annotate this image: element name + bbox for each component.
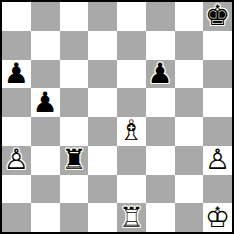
white-rook-icon: ♜ [117, 203, 146, 232]
square-c5[interactable] [60, 88, 89, 117]
square-c3[interactable]: ♜ [60, 146, 89, 175]
square-h1[interactable]: ♚♔ [203, 203, 232, 232]
square-h8[interactable]: ♚ [203, 2, 232, 31]
square-b4[interactable] [31, 117, 60, 146]
square-c6[interactable] [60, 60, 89, 89]
square-g8[interactable] [175, 2, 204, 31]
square-e8[interactable] [117, 2, 146, 31]
white-pawn-outline-icon: ♙ [203, 146, 232, 175]
square-e3[interactable] [117, 146, 146, 175]
square-g6[interactable] [175, 60, 204, 89]
square-e2[interactable] [117, 175, 146, 204]
white-bishop-outline-icon: ♗ [117, 117, 146, 146]
square-h3[interactable]: ♟♙ [203, 146, 232, 175]
square-f2[interactable] [146, 175, 175, 204]
white-bishop-icon: ♝ [117, 117, 146, 146]
black-pawn-icon: ♟ [2, 60, 31, 89]
square-e7[interactable] [117, 31, 146, 60]
piece-white-bishop[interactable]: ♝♗ [117, 117, 146, 146]
square-a5[interactable] [2, 88, 31, 117]
square-g5[interactable] [175, 88, 204, 117]
white-pawn-icon: ♟ [203, 146, 232, 175]
square-f4[interactable] [146, 117, 175, 146]
square-f1[interactable] [146, 203, 175, 232]
white-king-icon: ♚ [203, 203, 232, 232]
square-a1[interactable] [2, 203, 31, 232]
white-pawn-icon: ♟ [2, 146, 31, 175]
square-d4[interactable] [88, 117, 117, 146]
square-g2[interactable] [175, 175, 204, 204]
black-pawn-icon: ♟ [31, 88, 60, 117]
square-f7[interactable] [146, 31, 175, 60]
square-b2[interactable] [31, 175, 60, 204]
square-a6[interactable]: ♟ [2, 60, 31, 89]
square-b5[interactable]: ♟ [31, 88, 60, 117]
black-pawn-icon: ♟ [146, 60, 175, 89]
piece-black-pawn[interactable]: ♟ [146, 60, 175, 89]
square-g7[interactable] [175, 31, 204, 60]
square-a3[interactable]: ♟♙ [2, 146, 31, 175]
square-h6[interactable] [203, 60, 232, 89]
black-rook-icon: ♜ [60, 146, 89, 175]
square-e1[interactable]: ♜♖ [117, 203, 146, 232]
square-c8[interactable] [60, 2, 89, 31]
square-c1[interactable] [60, 203, 89, 232]
square-d8[interactable] [88, 2, 117, 31]
square-f5[interactable] [146, 88, 175, 117]
square-a2[interactable] [2, 175, 31, 204]
square-g1[interactable] [175, 203, 204, 232]
square-g4[interactable] [175, 117, 204, 146]
piece-black-rook[interactable]: ♜ [60, 146, 89, 175]
piece-black-king[interactable]: ♚ [203, 2, 232, 31]
square-e5[interactable] [117, 88, 146, 117]
white-pawn-outline-icon: ♙ [2, 146, 31, 175]
square-a8[interactable] [2, 2, 31, 31]
square-b7[interactable] [31, 31, 60, 60]
square-d6[interactable] [88, 60, 117, 89]
piece-white-pawn[interactable]: ♟♙ [2, 146, 31, 175]
white-king-outline-icon: ♔ [203, 203, 232, 232]
square-d5[interactable] [88, 88, 117, 117]
square-c2[interactable] [60, 175, 89, 204]
chess-board: ♚♟♟♟♝♗♟♙♜♟♙♜♖♚♔ [0, 0, 234, 234]
piece-white-rook[interactable]: ♜♖ [117, 203, 146, 232]
square-d3[interactable] [88, 146, 117, 175]
square-e6[interactable] [117, 60, 146, 89]
square-f8[interactable] [146, 2, 175, 31]
piece-white-king[interactable]: ♚♔ [203, 203, 232, 232]
square-c7[interactable] [60, 31, 89, 60]
square-g3[interactable] [175, 146, 204, 175]
square-b3[interactable] [31, 146, 60, 175]
piece-black-pawn[interactable]: ♟ [2, 60, 31, 89]
square-d2[interactable] [88, 175, 117, 204]
square-b8[interactable] [31, 2, 60, 31]
square-f3[interactable] [146, 146, 175, 175]
square-a4[interactable] [2, 117, 31, 146]
square-d1[interactable] [88, 203, 117, 232]
square-h7[interactable] [203, 31, 232, 60]
square-e4[interactable]: ♝♗ [117, 117, 146, 146]
square-a7[interactable] [2, 31, 31, 60]
square-c4[interactable] [60, 117, 89, 146]
square-h4[interactable] [203, 117, 232, 146]
board-grid: ♚♟♟♟♝♗♟♙♜♟♙♜♖♚♔ [2, 2, 232, 232]
square-b1[interactable] [31, 203, 60, 232]
white-rook-outline-icon: ♖ [117, 203, 146, 232]
piece-white-pawn[interactable]: ♟♙ [203, 146, 232, 175]
square-h5[interactable] [203, 88, 232, 117]
square-f6[interactable]: ♟ [146, 60, 175, 89]
square-h2[interactable] [203, 175, 232, 204]
black-king-icon: ♚ [203, 2, 232, 31]
square-b6[interactable] [31, 60, 60, 89]
square-d7[interactable] [88, 31, 117, 60]
piece-black-pawn[interactable]: ♟ [31, 88, 60, 117]
